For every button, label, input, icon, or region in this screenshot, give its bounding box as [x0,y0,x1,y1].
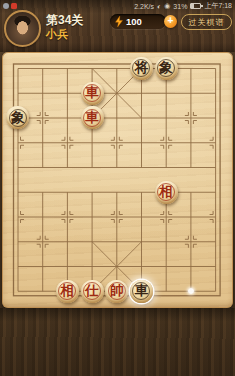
last-move-origin-dot [188,288,194,294]
piece-red-仕[interactable]: 仕 [81,280,104,303]
level-rank-label: 小兵 [46,27,68,42]
header: 2.2K/s ◐ ◉ 31% 上午7:18 第34关 小兵 100 + 过关棋谱 [0,0,235,52]
battery-percent: 31% [173,3,187,10]
piece-red-車[interactable]: 車 [81,106,104,129]
piece-black-将[interactable]: 将 [130,57,153,80]
piece-black-象[interactable]: 象 [6,106,29,129]
clock-time: 上午7:18 [204,1,232,11]
app-screen: 2.2K/s ◐ ◉ 31% 上午7:18 第34关 小兵 100 + 过关棋谱… [0,0,235,376]
sync-icon: ◉ [164,2,170,10]
status-bar: 2.2K/s ◐ ◉ 31% 上午7:18 [0,0,235,12]
energy-value: 100 [126,16,142,27]
notification-dot-icon [3,3,9,9]
energy-pill: 100 [110,14,166,29]
pieces-grid: 将象車象車相相仕帥車 [6,56,228,304]
piece-red-車[interactable]: 車 [81,82,104,105]
footer-bar: 1 步数:7 Bai 经验 jingyan.baidu.com [0,308,235,376]
piece-red-帥[interactable]: 帥 [105,280,128,303]
energy-bolt-icon [115,16,123,27]
piece-black-車[interactable]: 車 [130,280,153,303]
add-energy-button[interactable]: + [164,15,177,28]
net-speed: 2.2K/s [134,3,154,10]
piece-red-相[interactable]: 相 [56,280,79,303]
avatar[interactable] [4,10,41,47]
data-saver-icon: ◐ [157,3,161,10]
battery-icon [190,3,201,10]
app-notification-icon [11,3,17,9]
kifu-button[interactable]: 过关棋谱 [181,14,232,30]
piece-black-象[interactable]: 象 [155,57,178,80]
piece-red-相[interactable]: 相 [155,181,178,204]
xiangqi-board: 将象車象車相相仕帥車 [2,52,233,308]
